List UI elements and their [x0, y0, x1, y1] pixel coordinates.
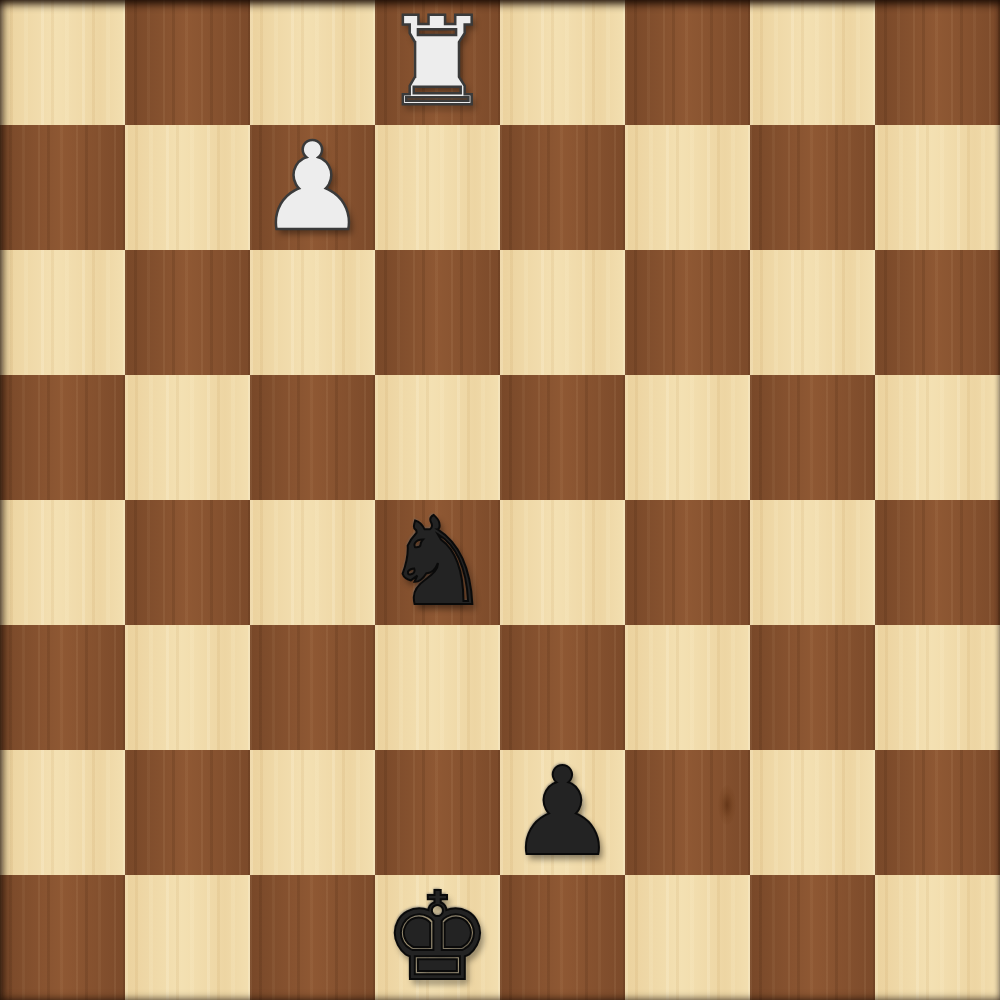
square-a5[interactable]: [0, 375, 125, 500]
square-f5[interactable]: [625, 375, 750, 500]
square-f6[interactable]: [625, 250, 750, 375]
square-e5[interactable]: [500, 375, 625, 500]
square-g5[interactable]: [750, 375, 875, 500]
square-b6[interactable]: [125, 250, 250, 375]
square-d8[interactable]: ♜: [375, 0, 500, 125]
square-f2[interactable]: [625, 750, 750, 875]
square-h2[interactable]: [875, 750, 1000, 875]
square-c6[interactable]: [250, 250, 375, 375]
square-a3[interactable]: [0, 625, 125, 750]
black-pawn[interactable]: ♟: [500, 750, 625, 875]
square-b4[interactable]: [125, 500, 250, 625]
square-b3[interactable]: [125, 625, 250, 750]
square-e3[interactable]: [500, 625, 625, 750]
chess-board: ♜♟♞♟♚: [0, 0, 1000, 1000]
square-e2[interactable]: ♟: [500, 750, 625, 875]
square-b7[interactable]: [125, 125, 250, 250]
square-d6[interactable]: [375, 250, 500, 375]
square-c2[interactable]: [250, 750, 375, 875]
square-g8[interactable]: [750, 0, 875, 125]
square-b5[interactable]: [125, 375, 250, 500]
square-h3[interactable]: [875, 625, 1000, 750]
square-b8[interactable]: [125, 0, 250, 125]
square-d1[interactable]: ♚: [375, 875, 500, 1000]
square-a1[interactable]: [0, 875, 125, 1000]
square-h4[interactable]: [875, 500, 1000, 625]
square-c7[interactable]: ♟: [250, 125, 375, 250]
square-a6[interactable]: [0, 250, 125, 375]
square-d2[interactable]: [375, 750, 500, 875]
square-c5[interactable]: [250, 375, 375, 500]
square-a7[interactable]: [0, 125, 125, 250]
black-king[interactable]: ♚: [375, 875, 500, 1000]
square-f1[interactable]: [625, 875, 750, 1000]
square-g6[interactable]: [750, 250, 875, 375]
square-h1[interactable]: [875, 875, 1000, 1000]
square-a2[interactable]: [0, 750, 125, 875]
square-b2[interactable]: [125, 750, 250, 875]
square-h7[interactable]: [875, 125, 1000, 250]
square-f7[interactable]: [625, 125, 750, 250]
square-f8[interactable]: [625, 0, 750, 125]
square-d4[interactable]: ♞: [375, 500, 500, 625]
square-c1[interactable]: [250, 875, 375, 1000]
square-g1[interactable]: [750, 875, 875, 1000]
square-e6[interactable]: [500, 250, 625, 375]
square-b1[interactable]: [125, 875, 250, 1000]
square-h8[interactable]: [875, 0, 1000, 125]
square-d3[interactable]: [375, 625, 500, 750]
square-a8[interactable]: [0, 0, 125, 125]
square-d5[interactable]: [375, 375, 500, 500]
square-g2[interactable]: [750, 750, 875, 875]
square-e7[interactable]: [500, 125, 625, 250]
square-a4[interactable]: [0, 500, 125, 625]
square-f3[interactable]: [625, 625, 750, 750]
square-c4[interactable]: [250, 500, 375, 625]
square-g7[interactable]: [750, 125, 875, 250]
square-d7[interactable]: [375, 125, 500, 250]
black-knight[interactable]: ♞: [375, 500, 500, 625]
square-c8[interactable]: [250, 0, 375, 125]
square-e8[interactable]: [500, 0, 625, 125]
white-pawn[interactable]: ♟: [250, 125, 375, 250]
square-h5[interactable]: [875, 375, 1000, 500]
square-e1[interactable]: [500, 875, 625, 1000]
white-rook[interactable]: ♜: [375, 0, 500, 125]
square-c3[interactable]: [250, 625, 375, 750]
square-g4[interactable]: [750, 500, 875, 625]
square-e4[interactable]: [500, 500, 625, 625]
square-f4[interactable]: [625, 500, 750, 625]
square-g3[interactable]: [750, 625, 875, 750]
square-h6[interactable]: [875, 250, 1000, 375]
